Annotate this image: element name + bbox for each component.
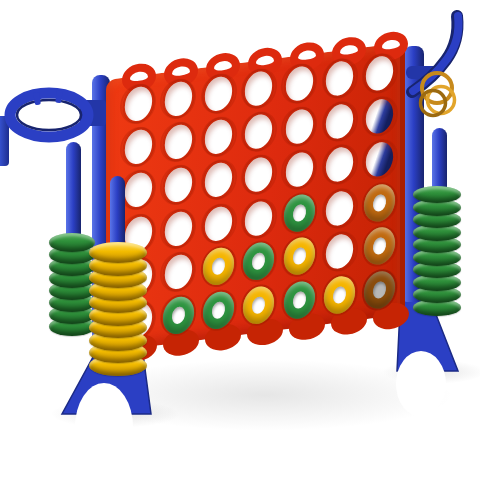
ring-stack-right-green bbox=[413, 186, 461, 316]
product-photo-scene bbox=[0, 0, 480, 480]
ring-stack-left-green bbox=[49, 233, 95, 336]
yellow-toss-ring bbox=[89, 242, 147, 263]
green-toss-ring bbox=[413, 186, 461, 203]
ring-stack-left-yellow bbox=[89, 242, 147, 376]
green-toss-ring bbox=[49, 233, 95, 252]
toss-hoop-inner-rim bbox=[17, 100, 81, 130]
